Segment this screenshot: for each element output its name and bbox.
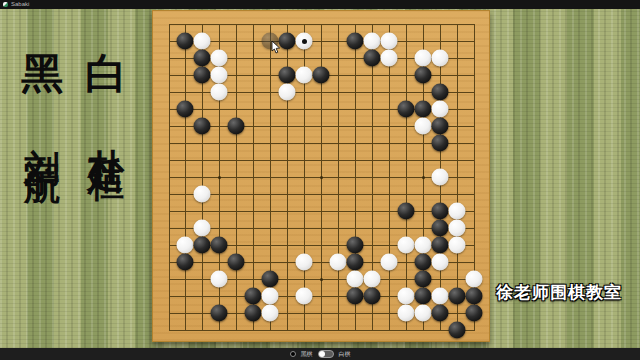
stone-white bbox=[194, 33, 211, 50]
grid-line bbox=[338, 24, 339, 331]
stone-white bbox=[397, 237, 414, 254]
stone-black bbox=[313, 67, 330, 84]
stone-black bbox=[363, 288, 380, 305]
app-icon bbox=[3, 2, 8, 7]
stone-white bbox=[431, 101, 448, 118]
stone-white bbox=[448, 203, 465, 220]
stone-black bbox=[431, 135, 448, 152]
stone-black bbox=[279, 33, 296, 50]
grid-line bbox=[169, 330, 475, 331]
stone-white bbox=[380, 254, 397, 271]
stone-black bbox=[414, 288, 431, 305]
stone-white bbox=[380, 33, 397, 50]
stone-black bbox=[431, 305, 448, 322]
stone-white bbox=[211, 84, 228, 101]
star-point bbox=[320, 278, 323, 281]
star-point bbox=[422, 176, 425, 179]
stone-black bbox=[397, 203, 414, 220]
stone-black bbox=[346, 237, 363, 254]
stone-white bbox=[296, 254, 313, 271]
window-title: Sabaki bbox=[11, 0, 29, 9]
mouse-cursor-icon bbox=[271, 40, 281, 54]
stone-white bbox=[177, 237, 194, 254]
stone-black bbox=[414, 254, 431, 271]
stone-black bbox=[346, 33, 363, 50]
grid-line bbox=[169, 211, 475, 212]
stone-white bbox=[414, 118, 431, 135]
grid-line bbox=[457, 24, 458, 331]
stone-black bbox=[262, 271, 279, 288]
stone-black bbox=[431, 237, 448, 254]
stone-white bbox=[431, 254, 448, 271]
last-move-marker bbox=[302, 39, 307, 44]
stone-white bbox=[296, 288, 313, 305]
stone-white bbox=[211, 271, 228, 288]
stone-black bbox=[245, 288, 262, 305]
stone-black bbox=[431, 203, 448, 220]
stone-white bbox=[296, 67, 313, 84]
stone-black bbox=[414, 67, 431, 84]
grid-line bbox=[389, 24, 390, 331]
stone-black bbox=[431, 84, 448, 101]
black-stone-icon bbox=[290, 351, 296, 357]
stone-black bbox=[431, 220, 448, 237]
stone-black bbox=[279, 67, 296, 84]
bottom-bar-white-label: 白棋 bbox=[339, 348, 351, 360]
stone-white bbox=[346, 271, 363, 288]
watermark-text: 徐老师围棋教室 bbox=[496, 281, 632, 304]
stone-black bbox=[245, 305, 262, 322]
stone-white bbox=[448, 237, 465, 254]
stone-white bbox=[194, 220, 211, 237]
stone-white bbox=[397, 288, 414, 305]
stone-black bbox=[177, 254, 194, 271]
star-point bbox=[320, 176, 323, 179]
stone-black bbox=[346, 288, 363, 305]
stone-black bbox=[414, 101, 431, 118]
grid-line bbox=[406, 24, 407, 331]
stone-white bbox=[262, 305, 279, 322]
stone-black bbox=[346, 254, 363, 271]
stone-black bbox=[194, 118, 211, 135]
stone-white bbox=[431, 50, 448, 67]
stone-black bbox=[448, 322, 465, 339]
stone-black bbox=[177, 101, 194, 118]
black-color-label: 黑 bbox=[21, 47, 63, 101]
toggle-knob bbox=[319, 351, 325, 357]
bottom-bar: 黑棋 白棋 bbox=[0, 348, 640, 360]
stone-black bbox=[194, 50, 211, 67]
stone-white bbox=[397, 305, 414, 322]
stone-white bbox=[363, 271, 380, 288]
stone-black bbox=[194, 67, 211, 84]
stone-black bbox=[228, 254, 245, 271]
stone-white bbox=[431, 169, 448, 186]
stone-white bbox=[465, 271, 482, 288]
stone-black bbox=[211, 237, 228, 254]
stone-white bbox=[363, 33, 380, 50]
black-player-name: 刘宇航 bbox=[20, 119, 64, 146]
stone-white bbox=[414, 50, 431, 67]
stone-white bbox=[448, 220, 465, 237]
star-point bbox=[218, 176, 221, 179]
stone-white bbox=[296, 33, 313, 50]
stone-black bbox=[431, 118, 448, 135]
white-color-label: 白 bbox=[85, 47, 127, 101]
stone-black bbox=[465, 305, 482, 322]
bottom-bar-black-label: 黑棋 bbox=[301, 348, 313, 360]
stone-black bbox=[211, 305, 228, 322]
white-player-name: 朴廷桓 bbox=[84, 119, 128, 146]
stone-white bbox=[211, 67, 228, 84]
grid-line bbox=[169, 194, 475, 195]
stone-black bbox=[194, 237, 211, 254]
stone-white bbox=[279, 84, 296, 101]
grid-line bbox=[169, 228, 475, 229]
stone-white bbox=[414, 305, 431, 322]
stone-black bbox=[228, 118, 245, 135]
stone-black bbox=[465, 288, 482, 305]
stone-black bbox=[363, 50, 380, 67]
white-player-panel: 白 朴廷桓 bbox=[80, 47, 132, 146]
stone-white bbox=[211, 50, 228, 67]
black-player-panel: 黑 刘宇航 bbox=[16, 47, 68, 146]
stone-white bbox=[330, 254, 347, 271]
go-board[interactable] bbox=[152, 10, 490, 342]
stone-white bbox=[414, 237, 431, 254]
stone-white bbox=[194, 186, 211, 203]
color-toggle[interactable] bbox=[318, 350, 334, 358]
title-bar: Sabaki bbox=[0, 0, 640, 9]
stone-white bbox=[431, 288, 448, 305]
stone-black bbox=[414, 271, 431, 288]
stone-black bbox=[397, 101, 414, 118]
stone-black bbox=[448, 288, 465, 305]
stone-white bbox=[262, 288, 279, 305]
stone-black bbox=[177, 33, 194, 50]
stone-white bbox=[380, 50, 397, 67]
